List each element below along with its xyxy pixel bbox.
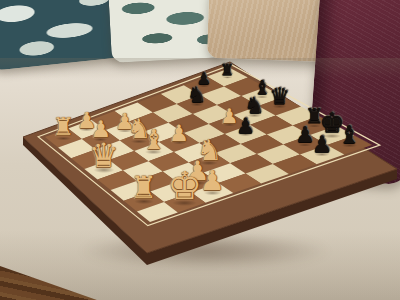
- piece-shadow: [142, 149, 165, 155]
- piece-shadow: [197, 160, 221, 166]
- piece-shadow: [320, 133, 343, 139]
- piece-shadow: [131, 198, 157, 205]
- piece-shadow: [116, 129, 134, 134]
- piece-shadow: [296, 143, 314, 148]
- piece-shadow: [221, 122, 238, 127]
- piece-shadow: [128, 139, 151, 145]
- piece-shadow: [168, 199, 200, 208]
- piece-shadow: [312, 152, 331, 157]
- piece-shadow: [91, 137, 110, 142]
- piece-shadow: [270, 104, 289, 109]
- piece-shadow: [197, 84, 211, 88]
- lifestyle-photo: ♜♟♝♞♛♞♟♜♟♟♟♚♜♟♞♟♟♝♝♟♞♛♟♟♜♚: [0, 0, 400, 300]
- piece-shadow: [53, 136, 74, 141]
- piece-shadow: [90, 166, 118, 173]
- piece-shadow: [201, 190, 224, 196]
- piece-shadow: [339, 143, 360, 149]
- piece-shadow: [306, 124, 324, 129]
- piece-shadow: [245, 113, 264, 118]
- chess-pieces-layer: ♜♟♝♞♛♞♟♜♟♟♟♚♜♟♞♟♟♝♝♟♞♛♟♟♜♚: [0, 0, 400, 300]
- piece-shadow: [77, 127, 96, 132]
- piece-shadow: [221, 76, 234, 80]
- piece-shadow: [186, 180, 208, 186]
- piece-shadow: [254, 95, 270, 99]
- piece-shadow: [237, 132, 255, 137]
- piece-shadow: [170, 140, 189, 145]
- piece-shadow: [188, 102, 206, 107]
